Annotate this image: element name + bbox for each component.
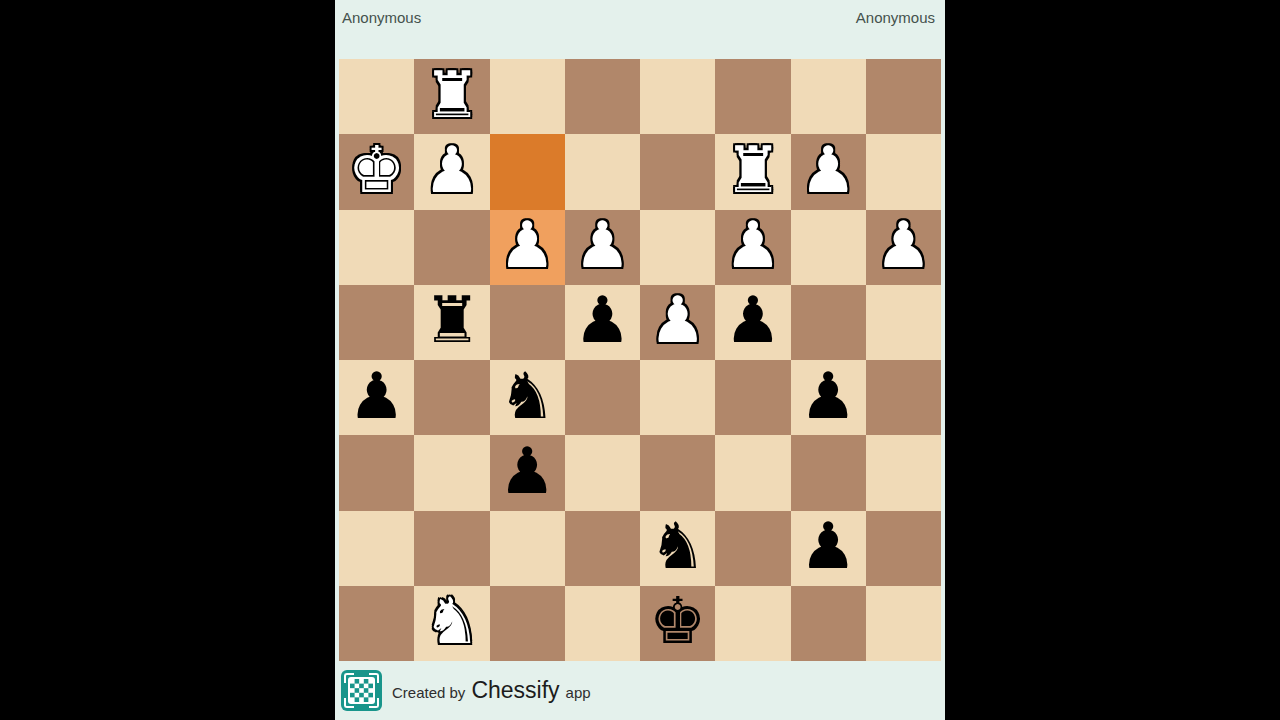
square[interactable]	[866, 435, 941, 510]
square[interactable]: ♞	[414, 586, 489, 661]
credit-brand-chessify: Chessify	[471, 677, 559, 704]
square[interactable]	[565, 586, 640, 661]
square[interactable]: ♟	[640, 285, 715, 360]
square[interactable]	[339, 210, 414, 285]
piece-white-pawn: ♟	[799, 138, 856, 202]
square[interactable]	[715, 360, 790, 435]
chessify-logo-icon	[341, 670, 382, 711]
square[interactable]	[866, 285, 941, 360]
square[interactable]	[866, 360, 941, 435]
square[interactable]	[791, 210, 866, 285]
square[interactable]: ♜	[414, 285, 489, 360]
square[interactable]: ♟	[339, 360, 414, 435]
credit-created-by: Created by	[392, 684, 465, 701]
square[interactable]	[640, 134, 715, 209]
piece-black-knight: ♞	[498, 364, 555, 428]
square[interactable]	[490, 59, 565, 134]
square[interactable]: ♟	[866, 210, 941, 285]
piece-black-pawn: ♟	[724, 288, 781, 352]
square[interactable]	[490, 134, 565, 209]
player-name-white: Anonymous	[342, 9, 421, 26]
piece-white-knight: ♞	[423, 589, 480, 653]
player-bar: Anonymous Anonymous	[335, 0, 945, 59]
piece-black-rook: ♜	[423, 288, 480, 352]
square[interactable]: ♜	[414, 59, 489, 134]
chessboard-pattern-icon	[348, 677, 375, 704]
square[interactable]: ♟	[414, 134, 489, 209]
square[interactable]: ♞	[490, 360, 565, 435]
square[interactable]	[640, 360, 715, 435]
piece-black-knight: ♞	[649, 514, 706, 578]
square[interactable]	[565, 511, 640, 586]
square[interactable]	[791, 285, 866, 360]
piece-black-pawn: ♟	[498, 439, 555, 503]
square[interactable]	[490, 285, 565, 360]
square[interactable]	[640, 210, 715, 285]
square[interactable]	[715, 59, 790, 134]
square[interactable]	[565, 134, 640, 209]
piece-white-pawn: ♟	[498, 213, 555, 277]
square[interactable]: ♟	[565, 285, 640, 360]
piece-black-pawn: ♟	[348, 364, 405, 428]
square[interactable]: ♟	[715, 285, 790, 360]
chess-board: ♜♚♟♜♟♟♟♟♟♜♟♟♟♟♞♟♟♞♟♞♚	[339, 59, 941, 661]
square[interactable]	[640, 59, 715, 134]
square[interactable]: ♜	[715, 134, 790, 209]
piece-white-pawn: ♟	[574, 213, 631, 277]
square[interactable]	[866, 511, 941, 586]
square[interactable]: ♟	[715, 210, 790, 285]
square[interactable]	[339, 435, 414, 510]
square[interactable]	[339, 59, 414, 134]
square[interactable]	[565, 59, 640, 134]
square[interactable]	[490, 511, 565, 586]
piece-white-pawn: ♟	[423, 138, 480, 202]
piece-black-king: ♚	[649, 589, 706, 653]
square[interactable]: ♟	[791, 511, 866, 586]
player-name-black: Anonymous	[856, 9, 935, 26]
piece-white-pawn: ♟	[724, 213, 781, 277]
square[interactable]: ♟	[791, 134, 866, 209]
square[interactable]	[414, 511, 489, 586]
square[interactable]	[490, 586, 565, 661]
square[interactable]	[640, 435, 715, 510]
square[interactable]	[791, 435, 866, 510]
square[interactable]	[866, 134, 941, 209]
credit-app: app	[566, 684, 591, 701]
piece-white-king: ♚	[348, 138, 405, 202]
square[interactable]	[414, 360, 489, 435]
square[interactable]	[866, 586, 941, 661]
square[interactable]: ♟	[791, 360, 866, 435]
square[interactable]	[565, 435, 640, 510]
square[interactable]: ♟	[490, 435, 565, 510]
square[interactable]	[339, 586, 414, 661]
piece-white-pawn: ♟	[649, 288, 706, 352]
piece-black-pawn: ♟	[574, 288, 631, 352]
square[interactable]: ♟	[490, 210, 565, 285]
square[interactable]	[339, 511, 414, 586]
square[interactable]	[414, 210, 489, 285]
piece-white-rook: ♜	[423, 63, 480, 127]
square[interactable]	[715, 511, 790, 586]
square[interactable]	[866, 59, 941, 134]
square[interactable]: ♚	[339, 134, 414, 209]
piece-white-rook: ♜	[724, 138, 781, 202]
square[interactable]	[715, 435, 790, 510]
square[interactable]	[339, 285, 414, 360]
footer-credit-bar: Created by Chessify app	[335, 661, 945, 720]
credit-text: Created by Chessify app	[392, 677, 591, 704]
piece-black-pawn: ♟	[799, 514, 856, 578]
square[interactable]	[414, 435, 489, 510]
square[interactable]	[565, 360, 640, 435]
piece-black-pawn: ♟	[799, 364, 856, 428]
square[interactable]	[791, 59, 866, 134]
square[interactable]	[715, 586, 790, 661]
square[interactable]	[791, 586, 866, 661]
piece-white-pawn: ♟	[875, 213, 932, 277]
square[interactable]: ♟	[565, 210, 640, 285]
square[interactable]: ♚	[640, 586, 715, 661]
square[interactable]: ♞	[640, 511, 715, 586]
app-frame: Anonymous Anonymous ♜♚♟♜♟♟♟♟♟♜♟♟♟♟♞♟♟♞♟♞…	[335, 0, 945, 720]
